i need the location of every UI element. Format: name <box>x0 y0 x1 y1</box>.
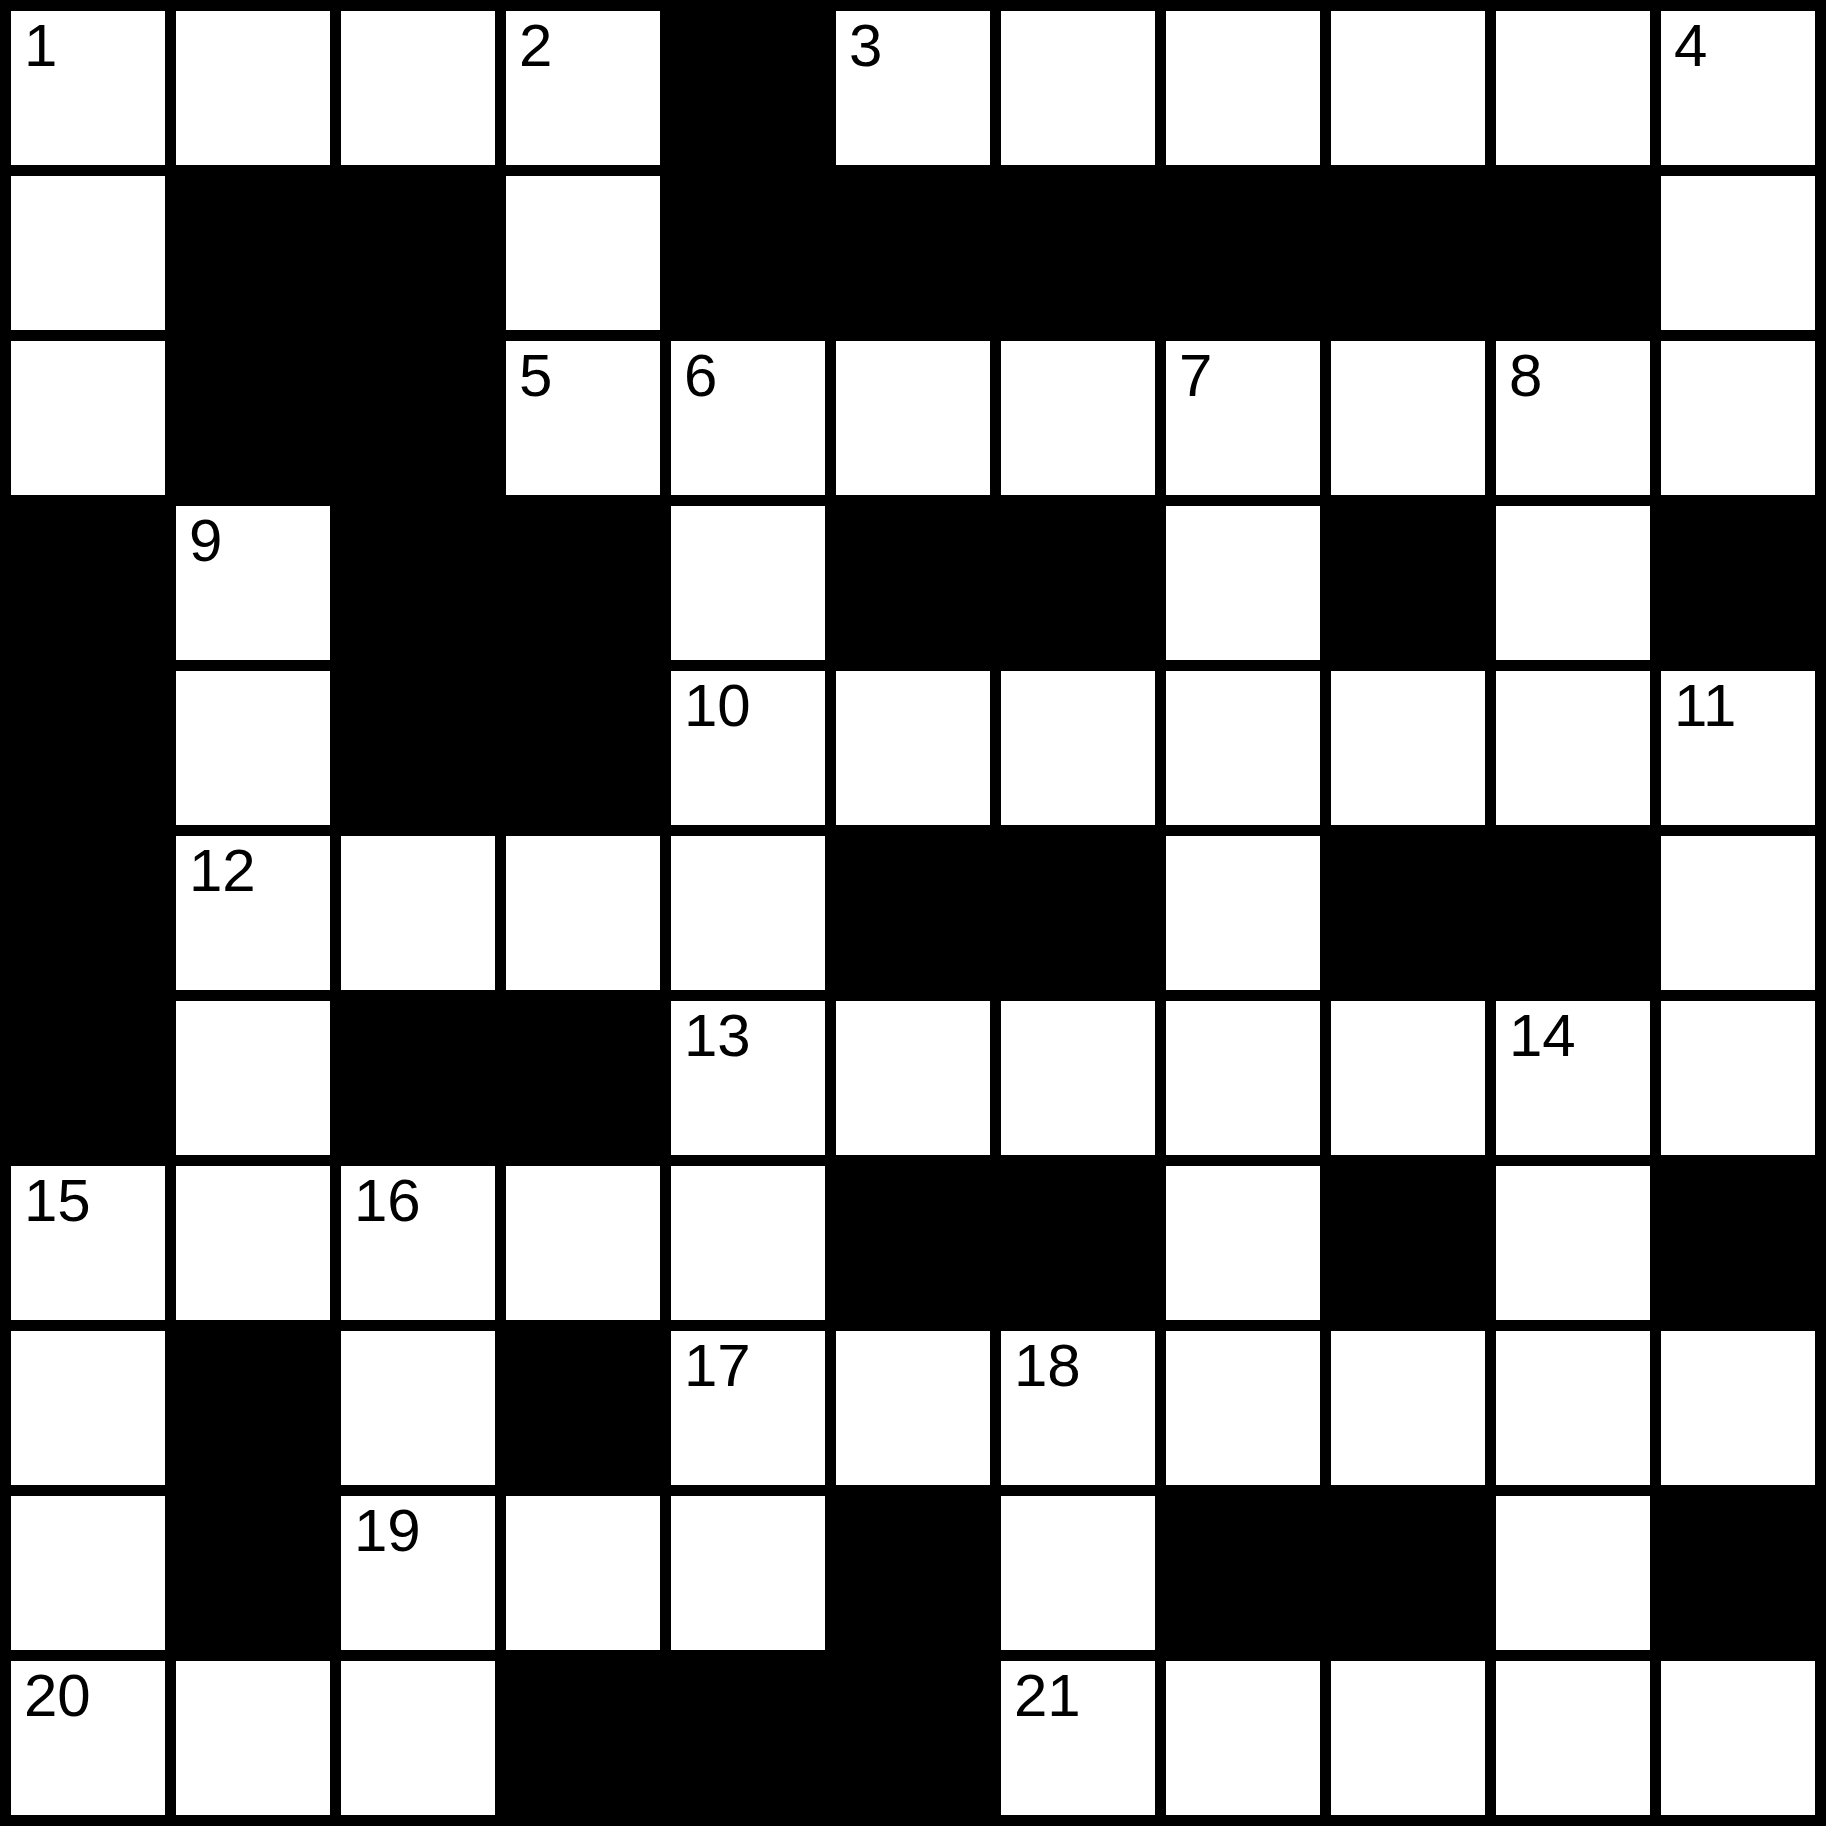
block-r2c3 <box>341 176 495 330</box>
block-r4c9 <box>1331 506 1485 660</box>
cell-r10c7[interactable] <box>1001 1496 1155 1650</box>
block-r2c7 <box>1001 176 1155 330</box>
cell-r3c8[interactable]: 7 <box>1166 341 1320 495</box>
clue-number-21: 21 <box>1014 1666 1081 1726</box>
cell-r1c7[interactable] <box>1001 11 1155 165</box>
cell-r8c3[interactable]: 16 <box>341 1166 495 1320</box>
cell-r11c3[interactable] <box>341 1661 495 1815</box>
cell-r1c1[interactable]: 1 <box>11 11 165 165</box>
block-r4c7 <box>1001 506 1155 660</box>
cell-r3c4[interactable]: 5 <box>506 341 660 495</box>
cell-r9c9[interactable] <box>1331 1331 1485 1485</box>
clue-number-1: 1 <box>24 16 57 76</box>
cell-r11c9[interactable] <box>1331 1661 1485 1815</box>
block-r6c9 <box>1331 836 1485 990</box>
clue-number-9: 9 <box>189 511 222 571</box>
block-r11c5 <box>671 1661 825 1815</box>
block-r4c6 <box>836 506 990 660</box>
cell-r2c11[interactable] <box>1661 176 1815 330</box>
clue-number-13: 13 <box>684 1006 751 1066</box>
cell-r4c2[interactable]: 9 <box>176 506 330 660</box>
cell-r5c11[interactable]: 11 <box>1661 671 1815 825</box>
block-r8c7 <box>1001 1166 1155 1320</box>
cell-r7c2[interactable] <box>176 1001 330 1155</box>
cell-r5c9[interactable] <box>1331 671 1485 825</box>
block-r10c6 <box>836 1496 990 1650</box>
cell-r3c9[interactable] <box>1331 341 1485 495</box>
block-r2c6 <box>836 176 990 330</box>
cell-r11c2[interactable] <box>176 1661 330 1815</box>
clue-number-12: 12 <box>189 841 256 901</box>
clue-number-2: 2 <box>519 16 552 76</box>
clue-number-8: 8 <box>1509 346 1542 406</box>
cell-r5c5[interactable]: 10 <box>671 671 825 825</box>
clue-number-10: 10 <box>684 676 751 736</box>
clue-number-16: 16 <box>354 1171 421 1231</box>
block-r3c2 <box>176 341 330 495</box>
block-r10c11 <box>1661 1496 1815 1650</box>
block-r2c10 <box>1496 176 1650 330</box>
cell-r9c7[interactable]: 18 <box>1001 1331 1155 1485</box>
cell-r10c3[interactable]: 19 <box>341 1496 495 1650</box>
cell-r7c11[interactable] <box>1661 1001 1815 1155</box>
block-r11c6 <box>836 1661 990 1815</box>
cell-r9c8[interactable] <box>1166 1331 1320 1485</box>
block-r1c5 <box>671 11 825 165</box>
clue-number-20: 20 <box>24 1666 91 1726</box>
cell-r11c1[interactable]: 20 <box>11 1661 165 1815</box>
block-r9c4 <box>506 1331 660 1485</box>
cell-r6c8[interactable] <box>1166 836 1320 990</box>
clue-number-18: 18 <box>1014 1336 1081 1396</box>
cell-r1c8[interactable] <box>1166 11 1320 165</box>
clue-number-3: 3 <box>849 16 882 76</box>
cell-r8c10[interactable] <box>1496 1166 1650 1320</box>
cell-r1c11[interactable]: 4 <box>1661 11 1815 165</box>
cell-r8c1[interactable]: 15 <box>11 1166 165 1320</box>
cell-r3c5[interactable]: 6 <box>671 341 825 495</box>
cell-r10c5[interactable] <box>671 1496 825 1650</box>
cell-r9c3[interactable] <box>341 1331 495 1485</box>
cell-r2c1[interactable] <box>11 176 165 330</box>
cell-r1c10[interactable] <box>1496 11 1650 165</box>
cell-r5c10[interactable] <box>1496 671 1650 825</box>
block-r6c10 <box>1496 836 1650 990</box>
block-r9c2 <box>176 1331 330 1485</box>
block-r7c1 <box>11 1001 165 1155</box>
block-r8c11 <box>1661 1166 1815 1320</box>
clue-number-6: 6 <box>684 346 717 406</box>
cell-r6c11[interactable] <box>1661 836 1815 990</box>
cell-r7c6[interactable] <box>836 1001 990 1155</box>
cell-r10c4[interactable] <box>506 1496 660 1650</box>
cell-r1c3[interactable] <box>341 11 495 165</box>
clue-number-5: 5 <box>519 346 552 406</box>
cell-r3c6[interactable] <box>836 341 990 495</box>
cell-r8c5[interactable] <box>671 1166 825 1320</box>
cell-r7c8[interactable] <box>1166 1001 1320 1155</box>
cell-r9c11[interactable] <box>1661 1331 1815 1485</box>
block-r4c3 <box>341 506 495 660</box>
block-r5c4 <box>506 671 660 825</box>
cell-r8c2[interactable] <box>176 1166 330 1320</box>
cell-r11c8[interactable] <box>1166 1661 1320 1815</box>
cell-r1c9[interactable] <box>1331 11 1485 165</box>
cell-r10c1[interactable] <box>11 1496 165 1650</box>
cell-r5c7[interactable] <box>1001 671 1155 825</box>
cell-r1c6[interactable]: 3 <box>836 11 990 165</box>
block-r6c1 <box>11 836 165 990</box>
cell-r8c4[interactable] <box>506 1166 660 1320</box>
cell-r7c10[interactable]: 14 <box>1496 1001 1650 1155</box>
cell-r9c5[interactable]: 17 <box>671 1331 825 1485</box>
cell-r3c10[interactable]: 8 <box>1496 341 1650 495</box>
cell-r6c5[interactable] <box>671 836 825 990</box>
cell-r10c10[interactable] <box>1496 1496 1650 1650</box>
clue-number-7: 7 <box>1179 346 1212 406</box>
cell-r3c11[interactable] <box>1661 341 1815 495</box>
cell-r3c1[interactable] <box>11 341 165 495</box>
cell-r11c11[interactable] <box>1661 1661 1815 1815</box>
block-r10c9 <box>1331 1496 1485 1650</box>
clue-number-19: 19 <box>354 1501 421 1561</box>
cell-r5c2[interactable] <box>176 671 330 825</box>
block-r4c4 <box>506 506 660 660</box>
cell-r2c4[interactable] <box>506 176 660 330</box>
cell-r11c7[interactable]: 21 <box>1001 1661 1155 1815</box>
block-r2c5 <box>671 176 825 330</box>
block-r4c11 <box>1661 506 1815 660</box>
block-r6c7 <box>1001 836 1155 990</box>
cell-r5c6[interactable] <box>836 671 990 825</box>
cell-r9c10[interactable] <box>1496 1331 1650 1485</box>
clue-number-11: 11 <box>1674 676 1736 736</box>
clue-number-14: 14 <box>1509 1006 1576 1066</box>
block-r2c9 <box>1331 176 1485 330</box>
cell-r1c2[interactable] <box>176 11 330 165</box>
block-r7c3 <box>341 1001 495 1155</box>
cell-r3c7[interactable] <box>1001 341 1155 495</box>
cell-r7c5[interactable]: 13 <box>671 1001 825 1155</box>
block-r10c2 <box>176 1496 330 1650</box>
block-r8c6 <box>836 1166 990 1320</box>
clue-number-4: 4 <box>1674 16 1707 76</box>
cell-r8c8[interactable] <box>1166 1166 1320 1320</box>
block-r10c8 <box>1166 1496 1320 1650</box>
cell-r6c2[interactable]: 12 <box>176 836 330 990</box>
cell-r4c5[interactable] <box>671 506 825 660</box>
clue-number-17: 17 <box>684 1336 751 1396</box>
clue-number-15: 15 <box>24 1171 91 1231</box>
cell-r9c1[interactable] <box>11 1331 165 1485</box>
cell-r6c3[interactable] <box>341 836 495 990</box>
cell-r1c4[interactable]: 2 <box>506 11 660 165</box>
cell-r4c10[interactable] <box>1496 506 1650 660</box>
cell-r6c4[interactable] <box>506 836 660 990</box>
cell-r4c8[interactable] <box>1166 506 1320 660</box>
block-r11c4 <box>506 1661 660 1815</box>
cell-r11c10[interactable] <box>1496 1661 1650 1815</box>
cell-r7c7[interactable] <box>1001 1001 1155 1155</box>
block-r8c9 <box>1331 1166 1485 1320</box>
cell-r5c8[interactable] <box>1166 671 1320 825</box>
block-r2c8 <box>1166 176 1320 330</box>
block-r2c2 <box>176 176 330 330</box>
cell-r9c6[interactable] <box>836 1331 990 1485</box>
cell-r7c9[interactable] <box>1331 1001 1485 1155</box>
crossword-board: 123456789101112131415161718192021 <box>0 0 1826 1826</box>
block-r5c1 <box>11 671 165 825</box>
block-r4c1 <box>11 506 165 660</box>
block-r6c6 <box>836 836 990 990</box>
block-r7c4 <box>506 1001 660 1155</box>
block-r3c3 <box>341 341 495 495</box>
block-r5c3 <box>341 671 495 825</box>
